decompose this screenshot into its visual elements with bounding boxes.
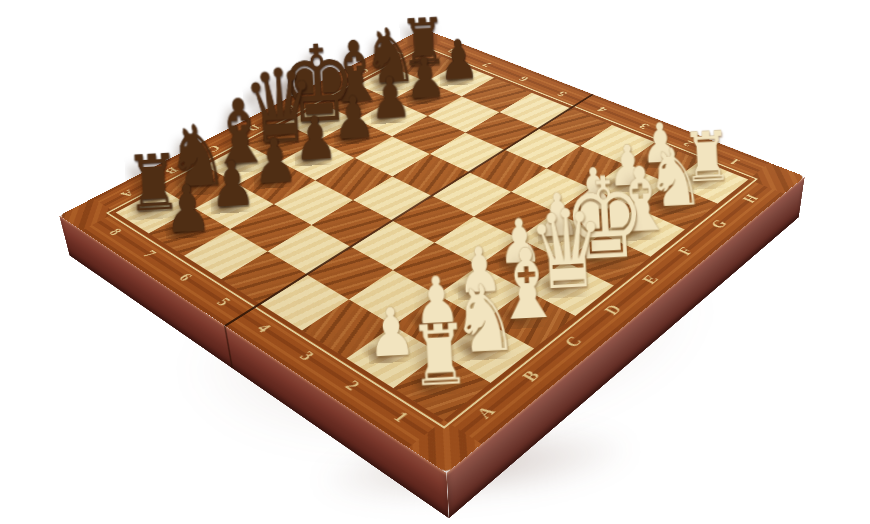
piece-black-pawn-a7[interactable]: ♟	[163, 175, 213, 242]
chess-board: 87654321 87654321 HGFEDCBA HGFEDCBA ♜♟♟♜…	[59, 29, 805, 473]
board-top-face: 87654321 87654321 HGFEDCBA HGFEDCBA ♜♟♟♜…	[59, 29, 805, 473]
board-perspective-wrapper: 87654321 87654321 HGFEDCBA HGFEDCBA ♜♟♟♜…	[0, 0, 870, 524]
square-a1[interactable]: ♜	[393, 353, 490, 419]
fold-seam-wall	[223, 325, 233, 370]
board-field: ♜♟♟♜♞♟♟♞♝♟♟♝♚♟♟♚♛♟♟♛♝♟♟♝♞♟♟♞♜♟♟♜	[116, 50, 749, 420]
coord-label-top-4: 4	[571, 95, 634, 125]
piece-black-pawn-b7[interactable]: ♟	[208, 152, 256, 217]
product-photo-chess-set: Product photo of a folding wooden chess …	[0, 0, 870, 524]
board-tilt-wrapper: 87654321 87654321 HGFEDCBA HGFEDCBA ♜♟♟♜…	[0, 0, 870, 524]
piece-black-pawn-d7[interactable]: ♟	[292, 108, 338, 170]
